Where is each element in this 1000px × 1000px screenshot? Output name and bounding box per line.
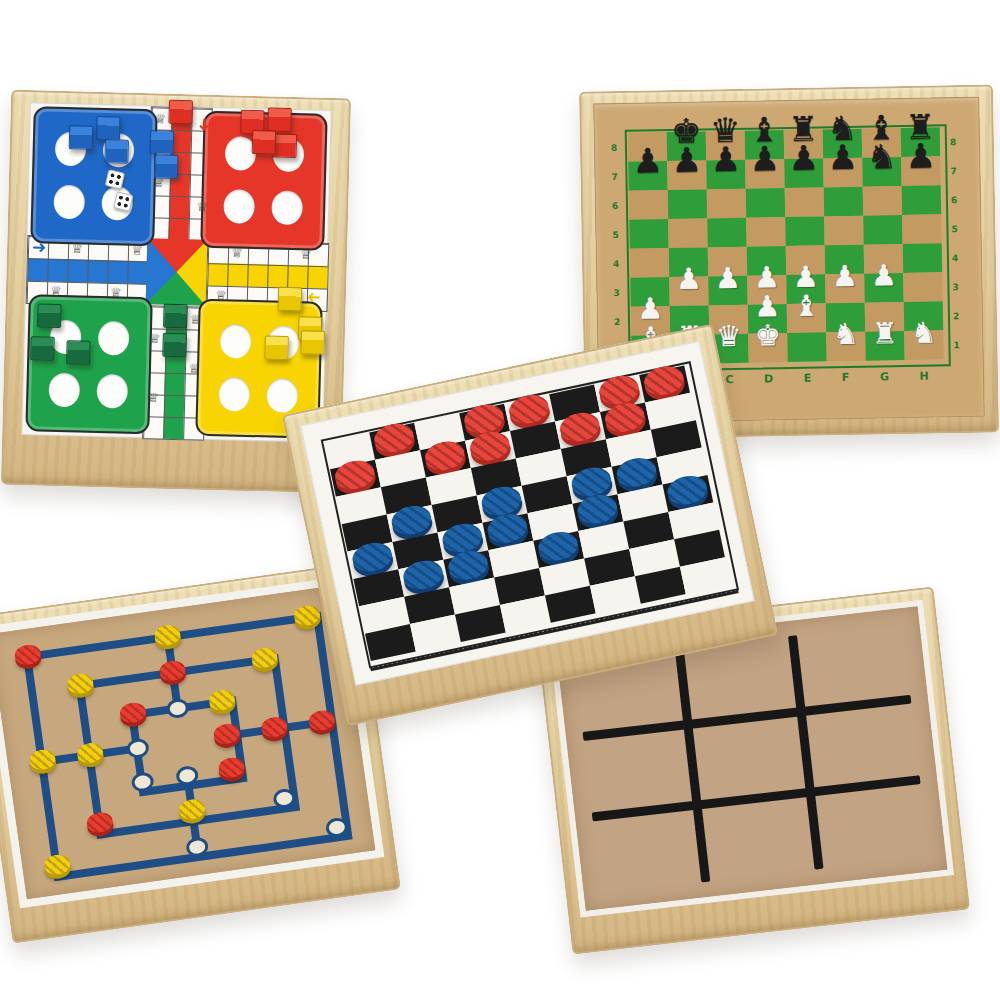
- chess-square: [902, 214, 942, 244]
- chess-square: ♟: [708, 276, 748, 306]
- ludo-pawn-cube-green: [37, 303, 62, 328]
- checkers-piece-red: [506, 391, 551, 427]
- ludo-pawn-cube-yellow: [278, 286, 303, 311]
- chess-square: ♟: [747, 275, 787, 305]
- chess-ranks-right: 87654321: [950, 127, 960, 359]
- chess-square: [630, 248, 670, 278]
- chess-square: ♞: [904, 330, 944, 360]
- ludo-base-tl: [30, 107, 158, 247]
- chess-square: [709, 305, 749, 335]
- ludo-base-circle: [271, 190, 303, 225]
- chess-rank-label: 4: [952, 253, 958, 263]
- chess-square: [902, 185, 942, 215]
- arrow-icon-blue-right: ➜: [32, 239, 47, 256]
- chess-file-label: H: [919, 370, 928, 383]
- ludo-base-circle: [48, 372, 80, 407]
- crown-icon: ♕: [196, 200, 208, 213]
- ludo-yellow-home-column: [207, 263, 328, 288]
- chess-rank-label: 2: [614, 316, 620, 326]
- chess-square: ♟: [823, 158, 863, 188]
- chess-square: [824, 216, 864, 246]
- ludo-base-circle: [220, 324, 252, 359]
- chess-square: [746, 217, 786, 247]
- ludo-pawn-cube-blue: [96, 116, 121, 141]
- chess-square: [903, 272, 943, 302]
- chess-square: ♝: [862, 128, 902, 158]
- chess-square: [863, 186, 903, 216]
- chess-rank-label: 1: [953, 340, 959, 350]
- chess-square: [628, 132, 668, 162]
- chess-square: ♟: [901, 156, 941, 186]
- chess-square: [668, 218, 708, 248]
- chess-square: [863, 215, 903, 245]
- chess-square: ♟: [784, 158, 824, 188]
- crown-icon: ♕: [300, 248, 312, 261]
- crown-icon: ♕: [131, 243, 143, 256]
- chess-square: [864, 244, 904, 274]
- chess-rank-label: 5: [612, 229, 618, 239]
- ludo-pawn-cube-red: [273, 134, 298, 159]
- ludo-pawn-cube-green: [163, 303, 188, 328]
- chess-square: [826, 303, 866, 333]
- chess-square: [785, 187, 825, 217]
- chess-square: ♟: [748, 304, 788, 334]
- chess-square: ♜: [901, 127, 941, 157]
- ludo-board: ♕♕♕♕♕♕♕♕♕♕♕♕♕♕♕➜➜➜➜: [22, 103, 331, 442]
- chess-square: ♛: [706, 131, 746, 161]
- chess-square: ♟: [667, 160, 707, 190]
- chess-rank-label: 7: [950, 166, 956, 176]
- chess-square: ♞: [826, 332, 866, 362]
- crown-icon: ♕: [154, 111, 166, 124]
- crown-icon: ♕: [50, 284, 62, 297]
- chess-square: [629, 219, 669, 249]
- crown-icon: ♕: [231, 246, 243, 259]
- chess-rank-label: 4: [613, 258, 619, 268]
- ludo-pawn-cube-blue: [69, 125, 94, 150]
- chess-square: [629, 190, 669, 220]
- chess-square: [786, 245, 826, 275]
- ludo-center-home: [146, 239, 208, 307]
- chess-square: [746, 188, 786, 218]
- chess-grid: ♚♛♝♜♞♝♜♟♟♟♟♟♟♞♟♟♟♟♟♟♟♟♟♝♝♜♛♚♞♜♞: [628, 127, 944, 364]
- chess-rank-label: 7: [611, 171, 617, 181]
- chess-square: ♜: [784, 129, 824, 159]
- chess-rank-label: 6: [951, 195, 957, 205]
- chess-square: ♞: [862, 157, 902, 187]
- ludo-pawn-cube-green: [30, 336, 55, 361]
- chess-square: ♟: [628, 161, 668, 191]
- ludo-pawn-cube-yellow: [300, 330, 325, 355]
- chess-square: [825, 245, 865, 275]
- chess-square: [785, 216, 825, 246]
- chess-square: ♟: [631, 306, 671, 336]
- arrow-icon-yellow-left: ➜: [307, 289, 322, 306]
- chess-square: [787, 332, 827, 362]
- ludo-pawn-cube-blue: [150, 131, 175, 156]
- chess-rank-label: 8: [950, 137, 956, 147]
- morris-mdf-surface: [0, 585, 375, 899]
- ludo-pawn-cube-red: [252, 130, 277, 155]
- chess-square: [708, 247, 748, 277]
- chess-square: ♟: [864, 273, 904, 303]
- ludo-pawn-cube-blue: [104, 139, 129, 164]
- chess-square: ♝: [787, 303, 827, 333]
- chess-square: [903, 243, 943, 273]
- ludo-base-circle: [218, 377, 250, 412]
- ludo-pawn-cube-yellow: [264, 336, 289, 361]
- arrow-icon-red-down: ➜: [196, 117, 213, 132]
- chess-square: [747, 246, 787, 276]
- chess-square: ♜: [865, 331, 905, 361]
- chess-square: ♚: [748, 333, 788, 363]
- ludo-pawn-cube-green: [66, 340, 91, 365]
- tictactoe-tray-front: [575, 907, 966, 952]
- chess-rank-label: 5: [951, 224, 957, 234]
- chess-file-label: F: [842, 371, 850, 384]
- chess-square: [865, 302, 905, 332]
- checkers-grid: [324, 365, 731, 661]
- chess-rank-label: 3: [613, 287, 619, 297]
- ludo-blue-home-column: [27, 259, 148, 284]
- crown-icon: ♕: [149, 331, 161, 344]
- chess-square: [904, 301, 944, 331]
- ludo-pawn-cube-green: [162, 333, 187, 358]
- ludo-base-circle: [266, 378, 298, 413]
- chess-square: ♟: [706, 160, 746, 190]
- chess-square: ♟: [745, 159, 785, 189]
- crown-icon: ♕: [215, 289, 227, 302]
- chess-square: [707, 189, 747, 219]
- chess-rank-label: 8: [611, 142, 617, 152]
- chess-square: [824, 187, 864, 217]
- ludo-pawn-cube-red: [267, 107, 292, 132]
- crown-icon: ♕: [188, 362, 200, 375]
- checkers-board: [300, 341, 754, 686]
- chess-file-label: E: [804, 372, 812, 385]
- crown-icon: ♕: [147, 391, 159, 404]
- crown-icon: ♕: [189, 313, 201, 326]
- chess-rank-label: 3: [952, 282, 958, 292]
- chess-square: ♟: [786, 274, 826, 304]
- chess-file-label: D: [764, 372, 773, 385]
- chess-square: ♞: [823, 129, 863, 159]
- crown-icon: ♕: [71, 242, 83, 255]
- ludo-base-circle: [96, 374, 128, 409]
- chess-file-label: C: [725, 373, 733, 386]
- chess-square: [707, 218, 747, 248]
- crown-icon: ♕: [110, 286, 122, 299]
- arrow-icon-green-up: ➜: [126, 327, 143, 342]
- chess-square: [668, 189, 708, 219]
- morris-diagram: [7, 601, 357, 883]
- checkers-piece-red: [461, 401, 506, 437]
- chess-square: ♟: [825, 274, 865, 304]
- chess-square: ♝: [745, 130, 785, 160]
- chess-square: [630, 277, 670, 307]
- chess-ranks-left: 87654321: [611, 133, 621, 365]
- ludo-base-circle: [223, 189, 255, 224]
- checkers-piece-red: [641, 363, 686, 399]
- ludo-pawn-cube-red: [168, 100, 193, 125]
- chess-square: ♚: [667, 131, 707, 161]
- chess-square: [669, 247, 709, 277]
- checkers-piece-red: [596, 372, 641, 408]
- checkers-piece-red: [371, 420, 416, 456]
- product-photo: ♕♕♕♕♕♕♕♕♕♕♕♕♕♕♕➜➜➜➜ ♚♛♝♜♞♝♜♟♟♟♟♟♟♞♟♟♟♟♟♟…: [0, 0, 1000, 1000]
- ludo-tray-front: [4, 482, 338, 491]
- chess-rank-label: 2: [953, 311, 959, 321]
- chess-rank-label: 6: [612, 200, 618, 210]
- chess-square: ♟: [669, 276, 709, 306]
- ludo-pawn-cube-blue: [153, 154, 178, 179]
- chess-file-label: G: [880, 370, 889, 383]
- ludo-base-circle: [53, 185, 85, 220]
